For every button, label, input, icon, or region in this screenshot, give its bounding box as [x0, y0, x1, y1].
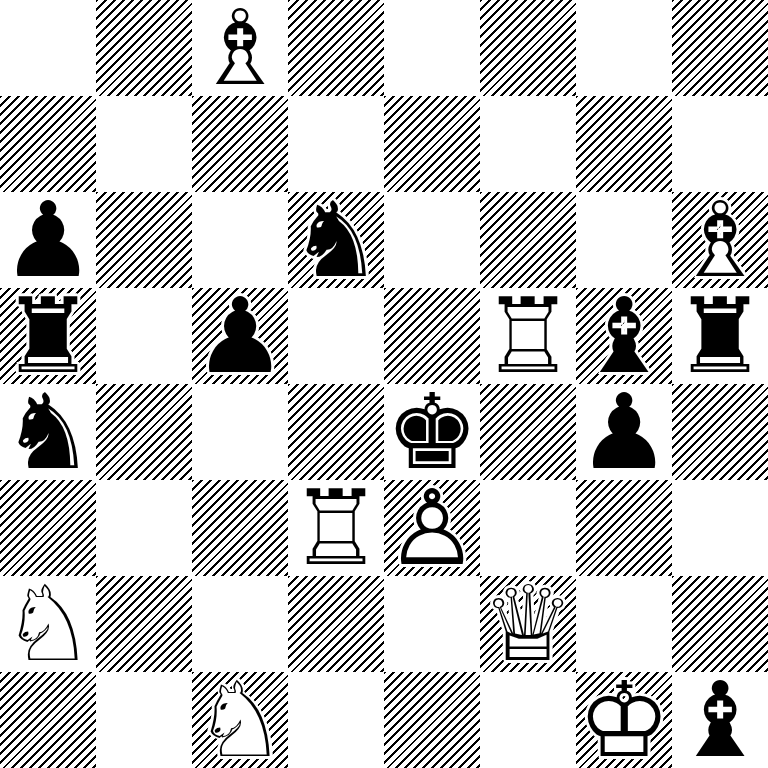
square-f5[interactable]: ♜♖	[480, 288, 576, 384]
piece-glyph: ♟	[193, 284, 286, 388]
black-king[interactable]: ♚	[384, 384, 480, 480]
square-d8[interactable]	[288, 0, 384, 96]
white-knight[interactable]: ♞♘	[192, 672, 288, 768]
piece-glyph: ♝	[673, 668, 766, 768]
piece-outline-layer: ♙	[385, 476, 478, 580]
square-f8[interactable]	[480, 0, 576, 96]
piece-glyph: ♟	[577, 380, 670, 484]
piece-glyph: ♞	[1, 380, 94, 484]
square-g2[interactable]	[576, 576, 672, 672]
piece-outline-layer: ♕	[481, 572, 574, 676]
square-a6[interactable]: ♟	[0, 192, 96, 288]
square-g3[interactable]	[576, 480, 672, 576]
square-g7[interactable]	[576, 96, 672, 192]
square-c3[interactable]	[192, 480, 288, 576]
square-d5[interactable]	[288, 288, 384, 384]
black-pawn[interactable]: ♟	[0, 192, 96, 288]
square-g6[interactable]	[576, 192, 672, 288]
white-bishop[interactable]: ♝♗	[672, 192, 768, 288]
square-d4[interactable]	[288, 384, 384, 480]
piece-outline-layer: ♘	[193, 668, 286, 768]
square-h2[interactable]	[672, 576, 768, 672]
piece-outline-layer: ♖	[289, 476, 382, 580]
square-b2[interactable]	[96, 576, 192, 672]
square-c4[interactable]	[192, 384, 288, 480]
square-f6[interactable]	[480, 192, 576, 288]
square-d1[interactable]	[288, 672, 384, 768]
square-d6[interactable]: ♞	[288, 192, 384, 288]
white-queen[interactable]: ♛♕	[480, 576, 576, 672]
piece-outline-layer: ♖	[481, 284, 574, 388]
square-g5[interactable]: ♝	[576, 288, 672, 384]
black-pawn[interactable]: ♟	[192, 288, 288, 384]
square-e1[interactable]	[384, 672, 480, 768]
piece-glyph: ♜	[673, 284, 766, 388]
square-d7[interactable]	[288, 96, 384, 192]
white-pawn[interactable]: ♟♙	[384, 480, 480, 576]
square-e8[interactable]	[384, 0, 480, 96]
black-rook[interactable]: ♜	[672, 288, 768, 384]
square-h5[interactable]: ♜	[672, 288, 768, 384]
piece-glyph: ♞	[289, 188, 382, 292]
square-e6[interactable]	[384, 192, 480, 288]
square-c7[interactable]	[192, 96, 288, 192]
square-f7[interactable]	[480, 96, 576, 192]
square-d2[interactable]	[288, 576, 384, 672]
square-f3[interactable]	[480, 480, 576, 576]
square-g4[interactable]: ♟	[576, 384, 672, 480]
square-c2[interactable]	[192, 576, 288, 672]
square-b6[interactable]	[96, 192, 192, 288]
white-knight[interactable]: ♞♘	[0, 576, 96, 672]
black-bishop[interactable]: ♝	[672, 672, 768, 768]
square-a1[interactable]	[0, 672, 96, 768]
square-c6[interactable]	[192, 192, 288, 288]
piece-outline-layer: ♘	[1, 572, 94, 676]
square-a3[interactable]	[0, 480, 96, 576]
square-h7[interactable]	[672, 96, 768, 192]
square-g1[interactable]: ♚♔	[576, 672, 672, 768]
square-h8[interactable]	[672, 0, 768, 96]
square-a8[interactable]	[0, 0, 96, 96]
square-h1[interactable]: ♝	[672, 672, 768, 768]
chess-board: ♝♗♟♞♝♗♜♟♜♖♝♜♞♚♟♜♖♟♙♞♘♛♕♞♘♚♔♝	[0, 0, 768, 768]
square-h6[interactable]: ♝♗	[672, 192, 768, 288]
square-b1[interactable]	[96, 672, 192, 768]
square-a7[interactable]	[0, 96, 96, 192]
square-a2[interactable]: ♞♘	[0, 576, 96, 672]
square-c5[interactable]: ♟	[192, 288, 288, 384]
square-f2[interactable]: ♛♕	[480, 576, 576, 672]
square-a5[interactable]: ♜	[0, 288, 96, 384]
square-b8[interactable]	[96, 0, 192, 96]
square-f4[interactable]	[480, 384, 576, 480]
square-e7[interactable]	[384, 96, 480, 192]
white-rook[interactable]: ♜♖	[288, 480, 384, 576]
square-a4[interactable]: ♞	[0, 384, 96, 480]
square-c8[interactable]: ♝♗	[192, 0, 288, 96]
black-knight[interactable]: ♞	[0, 384, 96, 480]
square-c1[interactable]: ♞♘	[192, 672, 288, 768]
square-h4[interactable]	[672, 384, 768, 480]
square-b4[interactable]	[96, 384, 192, 480]
white-rook[interactable]: ♜♖	[480, 288, 576, 384]
piece-outline-layer: ♗	[193, 0, 286, 100]
square-e2[interactable]	[384, 576, 480, 672]
square-e4[interactable]: ♚	[384, 384, 480, 480]
square-b7[interactable]	[96, 96, 192, 192]
black-rook[interactable]: ♜	[0, 288, 96, 384]
square-b3[interactable]	[96, 480, 192, 576]
black-bishop[interactable]: ♝	[576, 288, 672, 384]
square-g8[interactable]	[576, 0, 672, 96]
black-knight[interactable]: ♞	[288, 192, 384, 288]
black-pawn[interactable]: ♟	[576, 384, 672, 480]
square-h3[interactable]	[672, 480, 768, 576]
square-e5[interactable]	[384, 288, 480, 384]
piece-outline-layer: ♔	[577, 668, 670, 768]
white-king[interactable]: ♚♔	[576, 672, 672, 768]
square-f1[interactable]	[480, 672, 576, 768]
square-d3[interactable]: ♜♖	[288, 480, 384, 576]
square-b5[interactable]	[96, 288, 192, 384]
square-e3[interactable]: ♟♙	[384, 480, 480, 576]
white-bishop[interactable]: ♝♗	[192, 0, 288, 96]
